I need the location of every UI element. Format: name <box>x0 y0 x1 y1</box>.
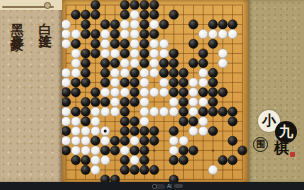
black-stone <box>218 88 227 97</box>
white-stone <box>130 49 139 58</box>
black-stone <box>62 127 71 136</box>
black-stone <box>71 156 80 165</box>
black-stone <box>150 136 159 145</box>
black-stone <box>169 78 178 87</box>
black-stone <box>179 88 188 97</box>
white-stone <box>159 107 168 116</box>
white-stone <box>81 136 90 145</box>
black-stone <box>120 165 129 174</box>
black-stone <box>150 10 159 19</box>
black-stone <box>81 156 90 165</box>
white-stone <box>189 107 198 116</box>
black-stone <box>81 78 90 87</box>
scroll-knob <box>44 2 51 9</box>
black-stone <box>110 136 119 145</box>
black-stone <box>130 97 139 106</box>
black-stone <box>120 10 129 19</box>
white-stone <box>159 78 168 87</box>
black-stone <box>101 146 110 155</box>
black-stone <box>71 78 80 87</box>
black-stone <box>81 10 90 19</box>
logo-char-qi: 棋 <box>274 139 289 158</box>
black-stone <box>110 29 119 38</box>
black-stone <box>228 156 237 165</box>
black-stone <box>120 0 129 9</box>
white-stone <box>189 88 198 97</box>
white-stone <box>62 20 71 29</box>
black-stone <box>120 97 129 106</box>
star-point <box>153 149 155 151</box>
white-stone <box>199 68 208 77</box>
white-stone <box>130 136 139 145</box>
black-stone <box>159 59 168 68</box>
black-stone <box>228 107 237 116</box>
black-stone <box>189 117 198 126</box>
black-stone <box>218 20 227 29</box>
logo-char-wei: 围 <box>253 137 268 152</box>
black-stone <box>189 20 198 29</box>
white-stone <box>189 78 198 87</box>
white-stone <box>101 49 110 58</box>
black-stone <box>150 29 159 38</box>
black-stone <box>101 97 110 106</box>
black-stone <box>120 107 129 116</box>
white-stone <box>110 49 119 58</box>
white-stone <box>62 107 71 116</box>
black-stone <box>208 78 217 87</box>
black-stone <box>179 78 188 87</box>
white-stone <box>140 117 149 126</box>
white-stone <box>199 29 208 38</box>
black-stone <box>140 0 149 9</box>
white-stone <box>130 156 139 165</box>
white-stone <box>199 127 208 136</box>
white-stone <box>150 107 159 116</box>
white-stone <box>218 49 227 58</box>
white-stone <box>169 97 178 106</box>
black-stone <box>81 68 90 77</box>
black-stone <box>238 146 247 155</box>
white-stone <box>110 68 119 77</box>
stone-toggle-pill[interactable] <box>152 184 165 189</box>
black-stone <box>81 97 90 106</box>
black-stone <box>71 39 80 48</box>
black-stone <box>120 78 129 87</box>
black-stone <box>159 68 168 77</box>
black-stone <box>179 68 188 77</box>
white-stone <box>62 39 71 48</box>
black-stone <box>110 39 119 48</box>
black-stone <box>120 127 129 136</box>
black-stone <box>140 29 149 38</box>
white-stone <box>199 97 208 106</box>
black-stone <box>130 88 139 97</box>
white-stone <box>130 39 139 48</box>
black-stone <box>130 117 139 126</box>
black-stone <box>140 59 149 68</box>
black-stone <box>208 97 217 106</box>
white-player-name: 连笑 <box>39 23 52 27</box>
white-stone <box>62 117 71 126</box>
black-stone <box>62 88 71 97</box>
black-stone <box>140 156 149 165</box>
go-board-svg[interactable] <box>62 0 248 182</box>
black-stone <box>91 39 100 48</box>
white-stone <box>130 59 139 68</box>
white-stone <box>159 39 168 48</box>
white-stone <box>218 29 227 38</box>
black-player-name: 辜梓豪 <box>11 23 24 29</box>
white-stone <box>101 29 110 38</box>
black-stone <box>110 20 119 29</box>
black-stone <box>120 156 129 165</box>
white-stone <box>71 127 80 136</box>
go-board[interactable] <box>62 0 248 182</box>
black-stone <box>169 88 178 97</box>
white-stone <box>199 117 208 126</box>
black-stone <box>110 175 119 182</box>
white-stone <box>101 88 110 97</box>
black-stone <box>91 10 100 19</box>
white-stone <box>159 49 168 58</box>
white-stone <box>130 29 139 38</box>
black-stone <box>120 117 129 126</box>
white-stone <box>120 146 129 155</box>
black-stone <box>62 146 71 155</box>
black-stone <box>91 29 100 38</box>
brand-panel: 小 九 围 棋 <box>248 0 304 182</box>
black-stone <box>140 49 149 58</box>
black-stone <box>169 68 178 77</box>
black-stone <box>208 20 217 29</box>
toggle-track[interactable] <box>174 184 183 188</box>
black-stone <box>140 10 149 19</box>
white-stone <box>71 136 80 145</box>
black-stone <box>208 68 217 77</box>
black-stone <box>130 68 139 77</box>
black-stone <box>199 88 208 97</box>
white-stone <box>62 78 71 87</box>
white-stone <box>120 20 129 29</box>
black-stone <box>130 146 139 155</box>
black-stone <box>199 49 208 58</box>
white-stone <box>189 127 198 136</box>
black-stone <box>179 97 188 106</box>
white-stone <box>110 78 119 87</box>
white-stone <box>110 88 119 97</box>
black-stone <box>140 127 149 136</box>
black-stone <box>228 20 237 29</box>
black-stone <box>81 107 90 116</box>
black-stone <box>62 97 71 106</box>
black-stone <box>130 0 139 9</box>
white-stone <box>71 29 80 38</box>
white-stone <box>71 59 80 68</box>
white-stone <box>140 88 149 97</box>
black-stone <box>81 59 90 68</box>
white-stone <box>91 156 100 165</box>
black-stone <box>208 127 217 136</box>
white-stone <box>71 117 80 126</box>
black-stone <box>140 146 149 155</box>
white-stone <box>101 136 110 145</box>
black-stone <box>199 107 208 116</box>
black-stone <box>189 146 198 155</box>
player-columns: 白 连笑 九段 黑 辜梓豪 九段 <box>3 13 59 176</box>
black-stone <box>81 49 90 58</box>
black-stone <box>101 78 110 87</box>
black-stone <box>208 39 217 48</box>
black-stone <box>169 175 178 182</box>
white-stone <box>120 29 129 38</box>
black-stone <box>81 20 90 29</box>
white-stone <box>81 146 90 155</box>
black-stone <box>179 107 188 116</box>
white-stone <box>150 39 159 48</box>
white-stone <box>101 107 110 116</box>
white-stone <box>91 117 100 126</box>
black-stone <box>101 175 110 182</box>
white-stone <box>228 29 237 38</box>
white-stone <box>71 49 80 58</box>
white-stone <box>130 20 139 29</box>
black-stone <box>130 165 139 174</box>
white-stone <box>150 59 159 68</box>
white-stone <box>140 97 149 106</box>
white-stone <box>71 146 80 155</box>
white-stone <box>169 107 178 116</box>
white-stone <box>91 127 100 136</box>
white-stone <box>208 29 217 38</box>
white-stone <box>159 88 168 97</box>
bottom-bar: AI <box>0 182 304 190</box>
white-stone <box>140 78 149 87</box>
black-stone <box>208 88 217 97</box>
black-player-column: 黑 辜梓豪 九段 <box>11 13 24 176</box>
black-stone <box>91 136 100 145</box>
black-stone <box>218 156 227 165</box>
white-stone <box>169 136 178 145</box>
white-stone <box>140 68 149 77</box>
black-stone <box>228 117 237 126</box>
black-color-label: 黑 <box>11 13 24 15</box>
white-stone <box>110 97 119 106</box>
black-stone <box>169 59 178 68</box>
black-stone <box>101 59 110 68</box>
black-stone <box>91 88 100 97</box>
black-stone <box>228 136 237 145</box>
black-stone <box>179 156 188 165</box>
ai-toggle-label: AI <box>167 184 172 189</box>
white-stone <box>140 107 149 116</box>
player-info-panel: 白 连笑 九段 黑 辜梓豪 九段 <box>0 0 62 182</box>
black-stone <box>150 165 159 174</box>
white-stone <box>179 136 188 145</box>
white-stone <box>120 88 129 97</box>
black-player-rank: 九段 <box>11 172 24 176</box>
white-stone <box>169 146 178 155</box>
black-stone <box>81 117 90 126</box>
black-stone <box>130 78 139 87</box>
white-color-label: 白 <box>39 13 52 15</box>
black-stone <box>169 49 178 58</box>
black-stone <box>110 146 119 155</box>
black-stone <box>91 49 100 58</box>
black-stone <box>101 20 110 29</box>
white-stone <box>62 136 71 145</box>
white-stone <box>120 68 129 77</box>
app-logo: 小 九 围 棋 <box>252 110 300 166</box>
white-player-column: 白 连笑 九段 <box>39 13 52 176</box>
black-stone <box>140 20 149 29</box>
white-stone <box>81 127 90 136</box>
black-stone <box>101 68 110 77</box>
black-stone <box>71 10 80 19</box>
black-stone <box>91 0 100 9</box>
black-stone <box>71 107 80 116</box>
black-stone <box>169 127 178 136</box>
white-stone <box>150 49 159 58</box>
white-player-rank: 九段 <box>39 172 52 176</box>
black-stone <box>110 59 119 68</box>
white-stone <box>91 165 100 174</box>
white-stone <box>208 165 217 174</box>
black-stone <box>81 29 90 38</box>
black-stone <box>140 165 149 174</box>
white-stone <box>150 68 159 77</box>
white-stone <box>101 39 110 48</box>
white-stone <box>130 10 139 19</box>
black-stone <box>150 127 159 136</box>
white-stone <box>62 68 71 77</box>
white-stone <box>199 78 208 87</box>
black-stone <box>208 107 217 116</box>
logo-char-xiao: 小 <box>262 112 276 130</box>
white-stone <box>91 146 100 155</box>
black-stone <box>179 146 188 155</box>
white-stone <box>62 29 71 38</box>
white-stone <box>91 107 100 116</box>
star-point <box>212 149 214 151</box>
last-move-marker <box>104 130 107 133</box>
logo-red-seal <box>290 152 295 157</box>
white-stone <box>110 107 119 116</box>
white-stone <box>150 88 159 97</box>
white-stone <box>150 20 159 29</box>
black-stone <box>189 59 198 68</box>
black-stone <box>120 136 129 145</box>
black-stone <box>159 20 168 29</box>
white-stone <box>218 59 227 68</box>
black-stone <box>120 39 129 48</box>
black-stone <box>179 117 188 126</box>
black-stone <box>91 97 100 106</box>
ai-toggle[interactable]: AI <box>152 184 183 189</box>
app-window: 白 连笑 九段 黑 辜梓豪 九段 <box>0 0 304 190</box>
black-stone <box>169 10 178 19</box>
white-stone <box>120 59 129 68</box>
white-stone <box>71 68 80 77</box>
black-stone <box>81 165 90 174</box>
black-stone <box>130 127 139 136</box>
scroll-top-ornament <box>0 0 62 10</box>
black-stone <box>199 59 208 68</box>
black-stone <box>169 156 178 165</box>
black-stone <box>218 107 227 116</box>
black-stone <box>140 136 149 145</box>
white-stone <box>101 156 110 165</box>
black-stone <box>189 39 198 48</box>
black-stone <box>140 39 149 48</box>
black-stone <box>150 0 159 9</box>
black-stone <box>120 49 129 58</box>
black-stone <box>71 88 80 97</box>
black-stone-knob-icon <box>152 184 157 189</box>
white-stone <box>189 97 198 106</box>
